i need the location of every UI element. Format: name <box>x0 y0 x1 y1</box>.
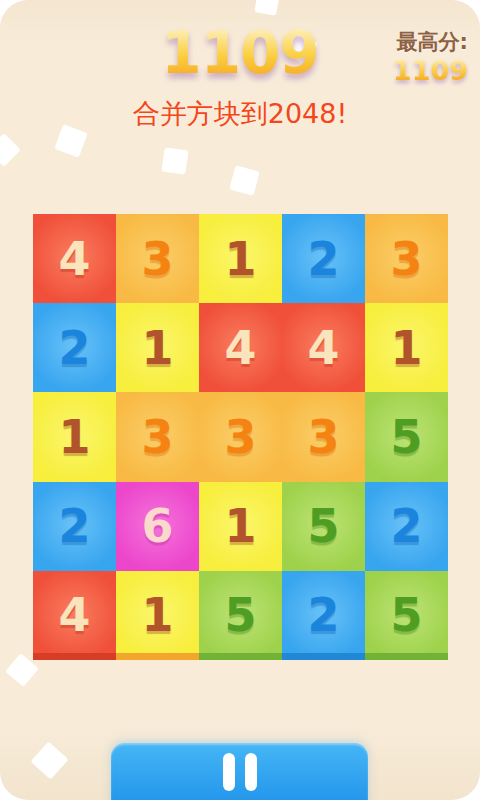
tile-r2c2[interactable]: 1 <box>116 303 199 392</box>
tile-value: 1 <box>141 325 173 371</box>
tile-r3c5[interactable]: 5 <box>365 392 448 481</box>
best-score-value: 1109 <box>393 57 468 84</box>
tile-r5c2[interactable]: 1 <box>116 571 199 660</box>
best-score-block: 最高分: 1109 <box>393 28 468 84</box>
tile-value: 1 <box>58 414 90 460</box>
tile-value: 4 <box>58 592 90 638</box>
tile-value: 3 <box>307 414 339 460</box>
tile-r4c5[interactable]: 2 <box>365 482 448 571</box>
tile-r5c4[interactable]: 2 <box>282 571 365 660</box>
tile-value: 3 <box>224 414 256 460</box>
confetti-piece <box>229 165 260 196</box>
confetti-piece <box>161 147 188 174</box>
tile-r1c3[interactable]: 1 <box>199 214 282 303</box>
confetti-piece <box>0 133 21 167</box>
tile-value: 2 <box>58 503 90 549</box>
confetti-piece <box>254 0 279 16</box>
tile-r4c3[interactable]: 1 <box>199 482 282 571</box>
tile-value: 1 <box>390 325 422 371</box>
tile-value: 1 <box>224 236 256 282</box>
tile-r4c1[interactable]: 2 <box>33 482 116 571</box>
tile-r2c4[interactable]: 4 <box>282 303 365 392</box>
tile-value: 2 <box>390 503 422 549</box>
tile-value: 4 <box>307 325 339 371</box>
tile-value: 6 <box>141 503 173 549</box>
goal-subtitle: 合并方块到2048! <box>0 96 480 132</box>
tile-value: 3 <box>390 236 422 282</box>
tile-value: 2 <box>58 325 90 371</box>
tile-r3c2[interactable]: 3 <box>116 392 199 481</box>
tile-value: 4 <box>58 236 90 282</box>
game-screen: 1109 最高分: 1109 合并方块到2048! 43123214411333… <box>0 0 480 800</box>
tile-r3c1[interactable]: 1 <box>33 392 116 481</box>
pause-icon <box>223 753 257 791</box>
tile-r1c2[interactable]: 3 <box>116 214 199 303</box>
best-score-label: 最高分: <box>393 28 468 56</box>
tile-value: 2 <box>307 236 339 282</box>
tile-r2c3[interactable]: 4 <box>199 303 282 392</box>
tile-value: 5 <box>390 592 422 638</box>
tile-value: 2 <box>307 592 339 638</box>
game-board: 4312321441133352615241525 <box>33 214 448 660</box>
tile-r2c5[interactable]: 1 <box>365 303 448 392</box>
pause-bar <box>245 753 257 791</box>
tile-value: 1 <box>224 503 256 549</box>
confetti-piece <box>30 741 68 779</box>
tile-value: 4 <box>224 325 256 371</box>
tile-r2c1[interactable]: 2 <box>33 303 116 392</box>
tile-value: 5 <box>307 503 339 549</box>
tile-r4c2[interactable]: 6 <box>116 482 199 571</box>
tile-r3c4[interactable]: 3 <box>282 392 365 481</box>
tile-value: 1 <box>141 592 173 638</box>
tile-r5c1[interactable]: 4 <box>33 571 116 660</box>
pause-button[interactable] <box>111 743 368 800</box>
tile-r5c5[interactable]: 5 <box>365 571 448 660</box>
tile-r1c5[interactable]: 3 <box>365 214 448 303</box>
tile-value: 5 <box>390 414 422 460</box>
tile-value: 3 <box>141 236 173 282</box>
tile-r1c1[interactable]: 4 <box>33 214 116 303</box>
tile-value: 5 <box>224 592 256 638</box>
tile-r1c4[interactable]: 2 <box>282 214 365 303</box>
pause-bar <box>223 753 235 791</box>
tile-r5c3[interactable]: 5 <box>199 571 282 660</box>
tile-r4c4[interactable]: 5 <box>282 482 365 571</box>
tile-r3c3[interactable]: 3 <box>199 392 282 481</box>
tile-value: 3 <box>141 414 173 460</box>
